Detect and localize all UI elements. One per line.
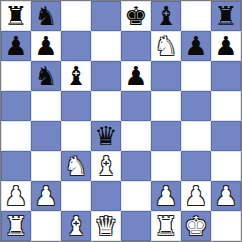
square-h3[interactable] xyxy=(211,151,241,181)
square-d2[interactable] xyxy=(91,181,121,211)
white-pawn-piece[interactable]: ♟ xyxy=(184,181,207,211)
square-h5[interactable] xyxy=(211,91,241,121)
black-bishop-piece[interactable]: ♝ xyxy=(154,1,177,31)
black-pawn-piece[interactable]: ♟ xyxy=(184,31,207,61)
square-a4[interactable] xyxy=(1,121,31,151)
square-g5[interactable] xyxy=(181,91,211,121)
black-rook-piece[interactable]: ♜ xyxy=(4,1,27,31)
square-f8[interactable]: ♝ xyxy=(151,1,181,31)
square-f7[interactable]: ♞ xyxy=(151,31,181,61)
square-b7[interactable]: ♟ xyxy=(31,31,61,61)
square-b8[interactable]: ♞ xyxy=(31,1,61,31)
square-b4[interactable] xyxy=(31,121,61,151)
square-d1[interactable]: ♛ xyxy=(91,211,121,241)
square-g7[interactable]: ♟ xyxy=(181,31,211,61)
white-queen-piece[interactable]: ♛ xyxy=(94,211,117,241)
black-pawn-piece[interactable]: ♟ xyxy=(4,31,27,61)
white-pawn-piece[interactable]: ♟ xyxy=(214,181,237,211)
square-f4[interactable] xyxy=(151,121,181,151)
white-pawn-piece[interactable]: ♟ xyxy=(4,181,27,211)
square-h8[interactable]: ♜ xyxy=(211,1,241,31)
white-rook-piece[interactable]: ♜ xyxy=(154,211,177,241)
black-rook-piece[interactable]: ♜ xyxy=(214,1,237,31)
square-e6[interactable]: ♟ xyxy=(121,61,151,91)
square-a1[interactable]: ♜ xyxy=(1,211,31,241)
square-c7[interactable] xyxy=(61,31,91,61)
square-e1[interactable] xyxy=(121,211,151,241)
white-bishop-piece[interactable]: ♝ xyxy=(64,211,87,241)
white-knight-piece[interactable]: ♞ xyxy=(154,31,177,61)
square-h1[interactable] xyxy=(211,211,241,241)
square-h4[interactable] xyxy=(211,121,241,151)
square-b3[interactable] xyxy=(31,151,61,181)
square-f3[interactable] xyxy=(151,151,181,181)
black-pawn-piece[interactable]: ♟ xyxy=(124,61,147,91)
square-d5[interactable] xyxy=(91,91,121,121)
white-pawn-piece[interactable]: ♟ xyxy=(34,181,57,211)
square-e5[interactable] xyxy=(121,91,151,121)
square-e7[interactable] xyxy=(121,31,151,61)
square-g6[interactable] xyxy=(181,61,211,91)
square-c1[interactable]: ♝ xyxy=(61,211,91,241)
square-f2[interactable]: ♟ xyxy=(151,181,181,211)
square-d6[interactable] xyxy=(91,61,121,91)
square-c6[interactable]: ♝ xyxy=(61,61,91,91)
square-e8[interactable]: ♚ xyxy=(121,1,151,31)
black-queen-piece[interactable]: ♛ xyxy=(94,121,117,151)
square-c5[interactable] xyxy=(61,91,91,121)
square-f5[interactable] xyxy=(151,91,181,121)
white-pawn-piece[interactable]: ♟ xyxy=(154,181,177,211)
square-c4[interactable] xyxy=(61,121,91,151)
black-knight-piece[interactable]: ♞ xyxy=(34,61,57,91)
square-b1[interactable] xyxy=(31,211,61,241)
chess-board-wrapper: ♜♞♚♝♜♟♟♞♟♟♞♝♟♛♞♝♟♟♟♟♟♜♝♛♜♚ xyxy=(0,0,242,242)
black-knight-piece[interactable]: ♞ xyxy=(34,1,57,31)
square-g1[interactable]: ♚ xyxy=(181,211,211,241)
square-h7[interactable]: ♟ xyxy=(211,31,241,61)
square-d3[interactable]: ♝ xyxy=(91,151,121,181)
square-a8[interactable]: ♜ xyxy=(1,1,31,31)
square-e3[interactable] xyxy=(121,151,151,181)
white-bishop-piece[interactable]: ♝ xyxy=(94,151,117,181)
white-king-piece[interactable]: ♚ xyxy=(184,211,207,241)
square-a5[interactable] xyxy=(1,91,31,121)
square-f1[interactable]: ♜ xyxy=(151,211,181,241)
square-c3[interactable]: ♞ xyxy=(61,151,91,181)
square-c8[interactable] xyxy=(61,1,91,31)
white-rook-piece[interactable]: ♜ xyxy=(4,211,27,241)
square-g4[interactable] xyxy=(181,121,211,151)
square-b5[interactable] xyxy=(31,91,61,121)
square-e4[interactable] xyxy=(121,121,151,151)
square-a6[interactable] xyxy=(1,61,31,91)
square-g8[interactable] xyxy=(181,1,211,31)
square-a7[interactable]: ♟ xyxy=(1,31,31,61)
square-c2[interactable] xyxy=(61,181,91,211)
square-h6[interactable] xyxy=(211,61,241,91)
square-g3[interactable] xyxy=(181,151,211,181)
white-knight-piece[interactable]: ♞ xyxy=(64,151,87,181)
square-a3[interactable] xyxy=(1,151,31,181)
square-g2[interactable]: ♟ xyxy=(181,181,211,211)
square-b6[interactable]: ♞ xyxy=(31,61,61,91)
black-pawn-piece[interactable]: ♟ xyxy=(34,31,57,61)
square-b2[interactable]: ♟ xyxy=(31,181,61,211)
black-pawn-piece[interactable]: ♟ xyxy=(214,31,237,61)
chess-board: ♜♞♚♝♜♟♟♞♟♟♞♝♟♛♞♝♟♟♟♟♟♜♝♛♜♚ xyxy=(0,0,242,242)
square-d4[interactable]: ♛ xyxy=(91,121,121,151)
square-a2[interactable]: ♟ xyxy=(1,181,31,211)
square-e2[interactable] xyxy=(121,181,151,211)
black-bishop-piece[interactable]: ♝ xyxy=(64,61,87,91)
square-h2[interactable]: ♟ xyxy=(211,181,241,211)
square-d8[interactable] xyxy=(91,1,121,31)
black-king-piece[interactable]: ♚ xyxy=(124,1,147,31)
square-d7[interactable] xyxy=(91,31,121,61)
square-f6[interactable] xyxy=(151,61,181,91)
